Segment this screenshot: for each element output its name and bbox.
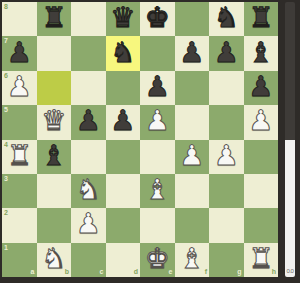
square-h1[interactable]: h♜ bbox=[244, 243, 279, 277]
rank-label-3: 3 bbox=[4, 175, 8, 182]
chess-board: 8♜♛♚♞♜7♟♞♟♟♝6♟♟♟5♛♟♟♟♟4♜♝♟♟3♞♝2♟1ab♞cde♚… bbox=[2, 2, 278, 277]
square-b1[interactable]: b♞ bbox=[37, 243, 72, 277]
file-label-d: d bbox=[134, 268, 138, 275]
square-d5[interactable]: ♟ bbox=[106, 105, 141, 139]
black-rook-h8[interactable]: ♜ bbox=[248, 4, 273, 32]
square-e6[interactable]: ♟ bbox=[140, 71, 175, 105]
black-knight-d7[interactable]: ♞ bbox=[110, 39, 135, 67]
rank-label-2: 2 bbox=[4, 209, 8, 216]
square-b5[interactable]: ♛ bbox=[37, 105, 72, 139]
square-g6[interactable] bbox=[209, 71, 244, 105]
rank-label-5: 5 bbox=[4, 106, 8, 113]
black-pawn-d5[interactable]: ♟ bbox=[110, 107, 135, 135]
square-g5[interactable] bbox=[209, 105, 244, 139]
black-queen-d8[interactable]: ♛ bbox=[110, 4, 135, 32]
square-h4[interactable] bbox=[244, 140, 279, 174]
black-rook-b8[interactable]: ♜ bbox=[41, 4, 66, 32]
file-label-f: f bbox=[205, 268, 207, 275]
eval-bar-white-section: 0.0 bbox=[285, 140, 295, 278]
square-c2[interactable]: ♟ bbox=[71, 208, 106, 242]
square-g8[interactable]: ♞ bbox=[209, 2, 244, 36]
square-a1[interactable]: 1a bbox=[2, 243, 37, 277]
square-a8[interactable]: 8 bbox=[2, 2, 37, 36]
square-d8[interactable]: ♛ bbox=[106, 2, 141, 36]
square-f7[interactable]: ♟ bbox=[175, 36, 210, 70]
white-knight-c3[interactable]: ♞ bbox=[76, 176, 101, 204]
black-bishop-b4[interactable]: ♝ bbox=[41, 142, 66, 170]
white-bishop-f1[interactable]: ♝ bbox=[179, 245, 204, 273]
file-label-g: g bbox=[237, 268, 241, 275]
rank-label-8: 8 bbox=[4, 3, 8, 10]
square-h3[interactable] bbox=[244, 174, 279, 208]
square-g7[interactable]: ♟ bbox=[209, 36, 244, 70]
square-g4[interactable]: ♟ bbox=[209, 140, 244, 174]
square-f3[interactable] bbox=[175, 174, 210, 208]
square-b6[interactable] bbox=[37, 71, 72, 105]
square-c3[interactable]: ♞ bbox=[71, 174, 106, 208]
chess-app-window: 8♜♛♚♞♜7♟♞♟♟♝6♟♟♟5♛♟♟♟♟4♜♝♟♟3♞♝2♟1ab♞cde♚… bbox=[0, 0, 300, 283]
black-king-e8[interactable]: ♚ bbox=[145, 4, 170, 32]
white-rook-h1[interactable]: ♜ bbox=[248, 245, 273, 273]
square-d3[interactable] bbox=[106, 174, 141, 208]
rank-label-1: 1 bbox=[4, 244, 8, 251]
square-c1[interactable]: c bbox=[71, 243, 106, 277]
square-a7[interactable]: 7♟ bbox=[2, 36, 37, 70]
square-b4[interactable]: ♝ bbox=[37, 140, 72, 174]
white-pawn-h5[interactable]: ♟ bbox=[248, 107, 273, 135]
square-d7[interactable]: ♞ bbox=[106, 36, 141, 70]
black-pawn-e6[interactable]: ♟ bbox=[145, 73, 170, 101]
square-h6[interactable]: ♟ bbox=[244, 71, 279, 105]
square-f4[interactable]: ♟ bbox=[175, 140, 210, 174]
square-h8[interactable]: ♜ bbox=[244, 2, 279, 36]
white-queen-b5[interactable]: ♛ bbox=[41, 107, 66, 135]
black-pawn-g7[interactable]: ♟ bbox=[214, 39, 239, 67]
square-e7[interactable] bbox=[140, 36, 175, 70]
square-b7[interactable] bbox=[37, 36, 72, 70]
square-c8[interactable] bbox=[71, 2, 106, 36]
black-pawn-h6[interactable]: ♟ bbox=[248, 73, 273, 101]
file-label-c: c bbox=[100, 268, 104, 275]
square-d6[interactable] bbox=[106, 71, 141, 105]
square-b2[interactable] bbox=[37, 208, 72, 242]
square-c4[interactable] bbox=[71, 140, 106, 174]
white-pawn-c2[interactable]: ♟ bbox=[76, 210, 101, 238]
black-bishop-h7[interactable]: ♝ bbox=[248, 39, 273, 67]
square-f1[interactable]: f♝ bbox=[175, 243, 210, 277]
black-pawn-a7[interactable]: ♟ bbox=[7, 39, 32, 67]
square-e3[interactable]: ♝ bbox=[140, 174, 175, 208]
square-d2[interactable] bbox=[106, 208, 141, 242]
square-f6[interactable] bbox=[175, 71, 210, 105]
white-pawn-e5[interactable]: ♟ bbox=[145, 107, 170, 135]
evaluation-bar: 0.0 bbox=[285, 2, 295, 277]
square-h5[interactable]: ♟ bbox=[244, 105, 279, 139]
square-e1[interactable]: e♚ bbox=[140, 243, 175, 277]
file-label-a: a bbox=[31, 268, 35, 275]
square-a5[interactable]: 5 bbox=[2, 105, 37, 139]
white-pawn-f4[interactable]: ♟ bbox=[179, 142, 204, 170]
square-a2[interactable]: 2 bbox=[2, 208, 37, 242]
white-knight-b1[interactable]: ♞ bbox=[41, 245, 66, 273]
eval-bar-black-section bbox=[285, 2, 295, 140]
square-c5[interactable]: ♟ bbox=[71, 105, 106, 139]
square-g1[interactable]: g bbox=[209, 243, 244, 277]
square-d1[interactable]: d bbox=[106, 243, 141, 277]
square-e2[interactable] bbox=[140, 208, 175, 242]
square-e5[interactable]: ♟ bbox=[140, 105, 175, 139]
square-a3[interactable]: 3 bbox=[2, 174, 37, 208]
white-pawn-a6[interactable]: ♟ bbox=[7, 73, 32, 101]
square-f8[interactable] bbox=[175, 2, 210, 36]
square-c7[interactable] bbox=[71, 36, 106, 70]
white-king-e1[interactable]: ♚ bbox=[145, 245, 170, 273]
square-h2[interactable] bbox=[244, 208, 279, 242]
square-d4[interactable] bbox=[106, 140, 141, 174]
square-e4[interactable] bbox=[140, 140, 175, 174]
square-a6[interactable]: 6♟ bbox=[2, 71, 37, 105]
square-b3[interactable] bbox=[37, 174, 72, 208]
white-pawn-g4[interactable]: ♟ bbox=[214, 142, 239, 170]
square-h7[interactable]: ♝ bbox=[244, 36, 279, 70]
white-rook-a4[interactable]: ♜ bbox=[7, 142, 32, 170]
square-g3[interactable] bbox=[209, 174, 244, 208]
square-b8[interactable]: ♜ bbox=[37, 2, 72, 36]
square-c6[interactable] bbox=[71, 71, 106, 105]
square-a4[interactable]: 4♜ bbox=[2, 140, 37, 174]
eval-score: 0.0 bbox=[285, 268, 295, 274]
square-f5[interactable] bbox=[175, 105, 210, 139]
square-f2[interactable] bbox=[175, 208, 210, 242]
black-knight-g8[interactable]: ♞ bbox=[214, 4, 239, 32]
white-bishop-e3[interactable]: ♝ bbox=[145, 176, 170, 204]
black-pawn-f7[interactable]: ♟ bbox=[179, 39, 204, 67]
square-g2[interactable] bbox=[209, 208, 244, 242]
black-pawn-c5[interactable]: ♟ bbox=[76, 107, 101, 135]
square-e8[interactable]: ♚ bbox=[140, 2, 175, 36]
